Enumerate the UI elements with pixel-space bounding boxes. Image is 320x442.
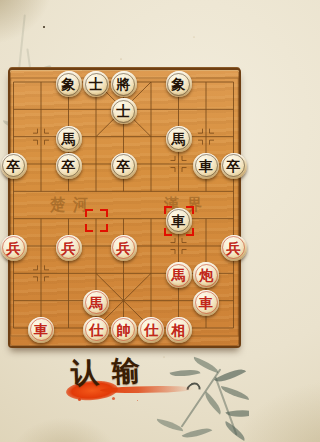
piece-glyph: 馬 <box>62 131 76 145</box>
piece-glyph: 將 <box>117 77 131 91</box>
piece-black-advisor[interactable]: 士 <box>83 71 109 97</box>
piece-black-elephant[interactable]: 象 <box>166 71 192 97</box>
river-label-left: 楚河 <box>50 196 96 214</box>
piece-glyph: 馬 <box>172 131 186 145</box>
piece-black-horse[interactable]: 馬 <box>56 126 82 152</box>
app-background: { "game": "xiangqi", "position": "2bak1b… <box>0 0 249 442</box>
piece-black-soldier[interactable]: 卒 <box>221 153 247 179</box>
piece-glyph: 象 <box>172 77 186 91</box>
piece-glyph: 車 <box>172 213 186 227</box>
piece-red-soldier[interactable]: 兵 <box>56 235 82 261</box>
piece-glyph: 車 <box>199 158 213 172</box>
piece-red-general[interactable]: 帥 <box>111 317 137 343</box>
piece-red-soldier[interactable]: 兵 <box>1 235 27 261</box>
piece-black-elephant[interactable]: 象 <box>56 71 82 97</box>
piece-glyph: 士 <box>117 104 131 118</box>
piece-black-soldier[interactable]: 卒 <box>111 153 137 179</box>
xiangqi-board[interactable]: 楚河 漢界 象士將象士馬馬卒卒卒車卒車兵兵兵兵馬炮馬車車仕帥仕相 <box>10 70 239 346</box>
piece-glyph: 象 <box>62 77 76 91</box>
piece-glyph: 車 <box>34 322 48 336</box>
piece-black-soldier[interactable]: 卒 <box>56 153 82 179</box>
resign-button-label: 认输 <box>70 356 153 390</box>
piece-glyph: 仕 <box>144 322 158 336</box>
piece-glyph: 兵 <box>7 240 21 254</box>
piece-red-horse[interactable]: 馬 <box>166 262 192 288</box>
piece-black-chariot[interactable]: 車 <box>166 208 192 234</box>
piece-glyph: 馬 <box>89 295 103 309</box>
piece-glyph: 卒 <box>7 158 21 172</box>
piece-black-advisor[interactable]: 士 <box>111 98 137 124</box>
piece-glyph: 車 <box>199 295 213 309</box>
piece-red-chariot[interactable]: 車 <box>28 317 54 343</box>
piece-glyph: 卒 <box>117 158 131 172</box>
piece-glyph: 兵 <box>117 240 131 254</box>
piece-glyph: 帥 <box>117 322 131 336</box>
piece-glyph: 馬 <box>172 268 186 282</box>
piece-glyph: 相 <box>172 322 186 336</box>
piece-glyph: 炮 <box>199 268 213 282</box>
piece-glyph: 仕 <box>89 322 103 336</box>
piece-glyph: 卒 <box>227 158 241 172</box>
piece-black-general[interactable]: 將 <box>111 71 137 97</box>
piece-glyph: 卒 <box>62 158 76 172</box>
piece-red-elephant[interactable]: 相 <box>166 317 192 343</box>
piece-red-horse[interactable]: 馬 <box>83 290 109 316</box>
red-ink-drips <box>78 398 81 401</box>
piece-red-advisor[interactable]: 仕 <box>138 317 164 343</box>
piece-red-chariot[interactable]: 車 <box>193 290 219 316</box>
piece-red-advisor[interactable]: 仕 <box>83 317 109 343</box>
piece-black-soldier[interactable]: 卒 <box>1 153 27 179</box>
piece-glyph: 士 <box>89 77 103 91</box>
piece-black-horse[interactable]: 馬 <box>166 126 192 152</box>
paper-speckles <box>43 26 45 28</box>
piece-black-chariot[interactable]: 車 <box>193 153 219 179</box>
piece-glyph: 兵 <box>62 240 76 254</box>
resign-button[interactable]: 认输 <box>58 354 198 408</box>
piece-red-soldier[interactable]: 兵 <box>111 235 137 261</box>
piece-red-soldier[interactable]: 兵 <box>221 235 247 261</box>
piece-glyph: 兵 <box>227 240 241 254</box>
